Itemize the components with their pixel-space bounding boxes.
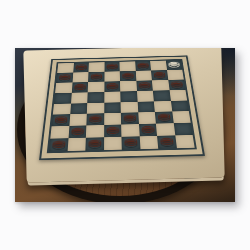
checker-light-piece[interactable]: ⛂ — [167, 59, 180, 69]
checker-dark-piece[interactable]: ⛂ — [153, 69, 166, 80]
square-r8c7[interactable]: ⛂ — [157, 136, 176, 149]
square-r7c4[interactable]: ⛂ — [104, 125, 122, 138]
square-r4c2[interactable] — [71, 92, 88, 103]
checkers-board: ⛂⛂⛂⛂⛂⛂⛂⛂⛂⛂⛂⛂⛂⛂⛂⛂⛂⛂⛂⛂⛂⛂⛂ — [39, 55, 205, 160]
square-r6c8[interactable] — [172, 111, 191, 123]
square-r6c7[interactable]: ⛂ — [155, 112, 173, 124]
square-r8c8[interactable] — [175, 135, 195, 148]
checker-dark-piece[interactable]: ⛂ — [136, 60, 149, 70]
checker-dark-piece[interactable]: ⛂ — [140, 123, 155, 136]
square-r3c4[interactable]: ⛂ — [104, 81, 120, 92]
square-r4c5[interactable] — [120, 91, 137, 102]
checker-dark-piece[interactable]: ⛂ — [138, 79, 151, 90]
square-r6c1[interactable]: ⛂ — [52, 114, 70, 126]
square-r2c5[interactable]: ⛂ — [120, 71, 136, 81]
checker-dark-piece[interactable]: ⛂ — [106, 124, 120, 137]
checker-dark-piece[interactable]: ⛂ — [51, 137, 66, 151]
square-r4c8[interactable] — [169, 90, 187, 101]
square-r5c4[interactable] — [104, 102, 121, 114]
square-r8c1[interactable]: ⛂ — [49, 138, 68, 151]
checker-dark-piece[interactable]: ⛂ — [121, 70, 134, 81]
square-r3c5[interactable] — [120, 81, 137, 92]
checker-dark-piece[interactable]: ⛂ — [90, 71, 102, 82]
photo-print: ⛂⛂⛂⛂⛂⛂⛂⛂⛂⛂⛂⛂⛂⛂⛂⛂⛂⛂⛂⛂⛂⛂⛂ — [15, 48, 235, 202]
checker-dark-piece[interactable]: ⛂ — [70, 125, 84, 138]
board-perspective-wrap: ⛂⛂⛂⛂⛂⛂⛂⛂⛂⛂⛂⛂⛂⛂⛂⛂⛂⛂⛂⛂⛂⛂⛂ — [39, 55, 205, 160]
square-r4c3[interactable] — [87, 92, 104, 103]
checker-dark-piece[interactable]: ⛂ — [58, 72, 71, 83]
checker-dark-piece[interactable]: ⛂ — [106, 61, 118, 71]
square-r6c5[interactable]: ⛂ — [121, 113, 139, 125]
square-r8c4[interactable] — [104, 137, 122, 150]
board-grid: ⛂⛂⛂⛂⛂⛂⛂⛂⛂⛂⛂⛂⛂⛂⛂⛂⛂⛂⛂⛂⛂⛂⛂ — [49, 60, 195, 151]
checker-dark-piece[interactable]: ⛂ — [123, 112, 137, 125]
square-r8c5[interactable]: ⛂ — [121, 137, 140, 150]
square-r1c2[interactable]: ⛂ — [73, 63, 89, 73]
square-r3c6[interactable]: ⛂ — [136, 80, 153, 91]
checker-dark-piece[interactable]: ⛂ — [157, 111, 172, 124]
checker-dark-piece[interactable]: ⛂ — [73, 81, 86, 92]
square-r1c8[interactable]: ⛂ — [165, 60, 182, 70]
checker-dark-piece[interactable]: ⛂ — [159, 134, 174, 148]
square-r7c6[interactable]: ⛂ — [139, 124, 158, 137]
checker-dark-piece[interactable]: ⛂ — [75, 62, 87, 72]
square-r3c1[interactable] — [55, 82, 72, 93]
square-r8c3[interactable]: ⛂ — [85, 137, 103, 150]
square-r3c8[interactable]: ⛂ — [168, 79, 186, 90]
square-r6c3[interactable]: ⛂ — [86, 114, 103, 126]
page-background: { "scene": { "description": "Overhead ph… — [0, 0, 250, 250]
square-r3c3[interactable] — [88, 81, 104, 92]
square-r4c4[interactable] — [104, 91, 121, 102]
square-r4c6[interactable] — [137, 90, 154, 101]
square-r4c7[interactable] — [153, 90, 171, 101]
square-r1c4[interactable]: ⛂ — [104, 62, 120, 72]
checker-dark-piece[interactable]: ⛂ — [170, 78, 184, 89]
checker-dark-piece[interactable]: ⛂ — [123, 135, 137, 149]
square-r3c7[interactable] — [152, 80, 169, 91]
square-r2c3[interactable]: ⛂ — [88, 72, 104, 82]
checker-dark-piece[interactable]: ⛂ — [106, 80, 119, 91]
square-r4c1[interactable] — [54, 93, 71, 104]
square-r1c6[interactable]: ⛂ — [135, 61, 151, 71]
checker-dark-piece[interactable]: ⛂ — [88, 112, 102, 125]
square-r2c1[interactable]: ⛂ — [56, 72, 73, 82]
checker-dark-piece[interactable]: ⛂ — [54, 113, 68, 126]
square-r3c2[interactable]: ⛂ — [71, 82, 88, 93]
square-r7c2[interactable]: ⛂ — [68, 126, 86, 139]
square-r5c8[interactable] — [170, 100, 188, 112]
square-r2c7[interactable]: ⛂ — [151, 70, 168, 80]
checker-dark-piece[interactable]: ⛂ — [87, 136, 101, 150]
square-r8c6[interactable] — [139, 136, 158, 149]
square-r7c8[interactable] — [173, 123, 192, 136]
square-r8c2[interactable] — [67, 138, 86, 151]
square-r5c6[interactable] — [137, 101, 155, 113]
square-r5c2[interactable] — [70, 103, 87, 115]
